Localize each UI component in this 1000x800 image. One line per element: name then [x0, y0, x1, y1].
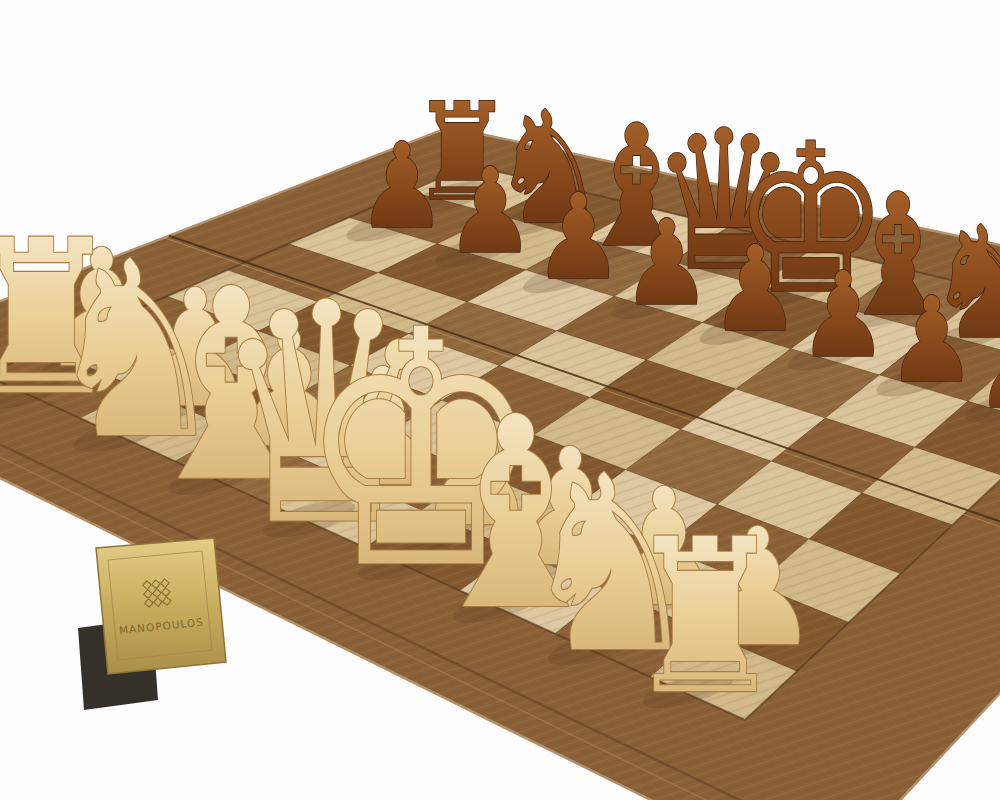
brass-latch: MANOPOULOS: [78, 538, 226, 710]
piece-black-pawn-c7[interactable]: ♟: [534, 168, 624, 306]
piece-black-pawn-f7[interactable]: ♟: [798, 246, 888, 384]
piece-black-pawn-e7[interactable]: ♟: [710, 220, 800, 358]
piece-black-pawn-a7[interactable]: ♟: [357, 117, 447, 255]
piece-black-pawn-g7[interactable]: ♟: [887, 271, 977, 409]
piece-black-pawn-d7[interactable]: ♟: [622, 194, 712, 332]
latch-face: [96, 538, 226, 674]
chess-set-photo: MANOPOULOS♜♞♟♝♟♛♟♚♟♝♟♞♟♜♟♟♜♟♟♞♟♝♟♛♟♚♟♟♝♟…: [0, 0, 1000, 800]
piece-black-pawn-h7[interactable]: ♟: [975, 297, 1000, 435]
piece-black-pawn-b7[interactable]: ♟: [445, 142, 535, 280]
chess-board: MANOPOULOS♜♞♟♝♟♛♟♚♟♝♟♞♟♜♟♟♜♟♟♞♟♝♟♛♟♚♟♟♝♟…: [0, 0, 1000, 800]
piece-white-rook-h1[interactable]: ♜: [624, 494, 786, 742]
